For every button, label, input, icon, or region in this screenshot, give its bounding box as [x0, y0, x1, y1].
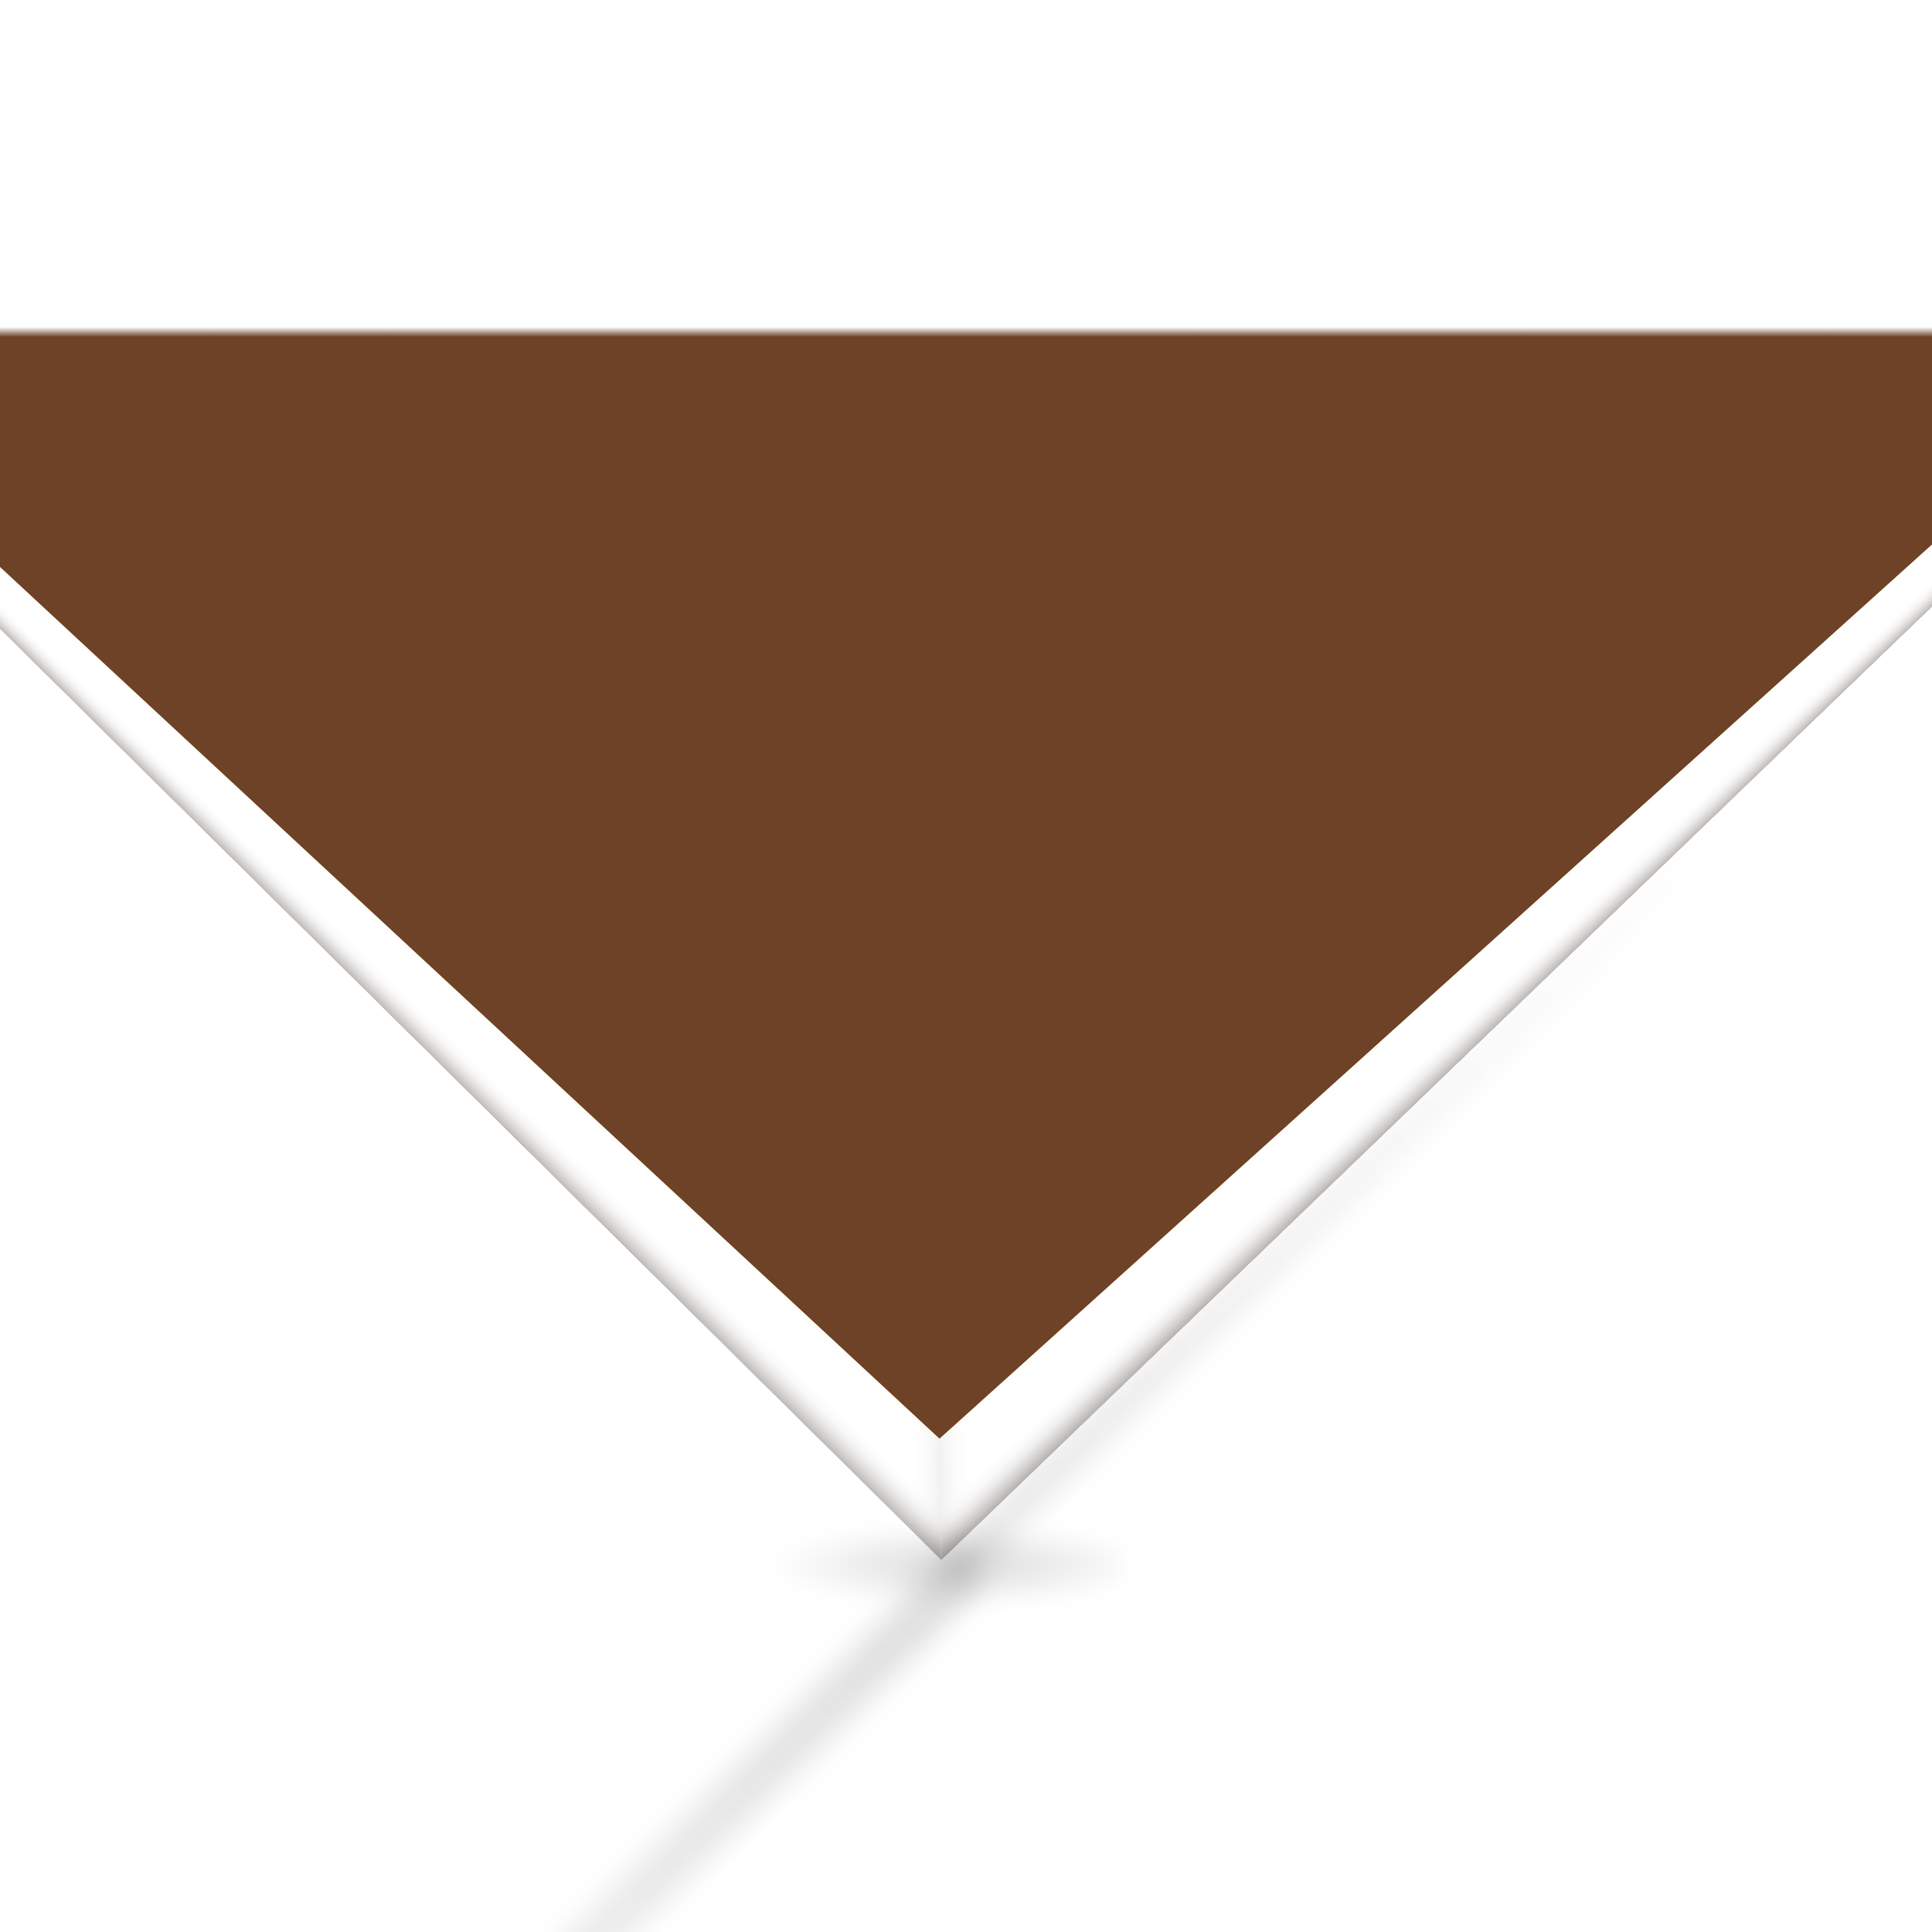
- product-photo-canvas: [0, 0, 1932, 1932]
- photo-top-crop: [0, 0, 1932, 337]
